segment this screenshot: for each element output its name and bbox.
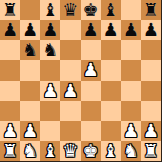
- square-e4[interactable]: [81, 81, 101, 101]
- piece-white-pawn[interactable]: ♟: [123, 121, 139, 141]
- piece-white-bishop[interactable]: ♝: [103, 141, 119, 161]
- piece-black-knight[interactable]: ♞: [42, 40, 58, 60]
- piece-white-queen[interactable]: ♛: [62, 141, 78, 161]
- square-a4[interactable]: [0, 81, 20, 101]
- square-h8[interactable]: ♜: [141, 0, 161, 20]
- piece-white-king[interactable]: ♚: [82, 141, 98, 161]
- square-h4[interactable]: [141, 81, 161, 101]
- piece-white-pawn[interactable]: ♟: [42, 81, 58, 101]
- square-e8[interactable]: ♚: [81, 0, 101, 20]
- piece-black-pawn[interactable]: ♟: [103, 20, 119, 40]
- piece-white-pawn[interactable]: ♟: [2, 121, 18, 141]
- square-b4[interactable]: [20, 81, 40, 101]
- square-g3[interactable]: [121, 101, 141, 121]
- square-c5[interactable]: [40, 60, 60, 80]
- square-e2[interactable]: [81, 121, 101, 141]
- piece-black-rook[interactable]: ♜: [2, 0, 18, 20]
- piece-white-pawn[interactable]: ♟: [62, 81, 78, 101]
- square-a2[interactable]: ♟: [0, 121, 20, 141]
- piece-black-king[interactable]: ♚: [82, 0, 98, 20]
- square-a7[interactable]: ♟: [0, 20, 20, 40]
- piece-white-bishop[interactable]: ♝: [42, 141, 58, 161]
- square-c3[interactable]: [40, 101, 60, 121]
- piece-black-rook[interactable]: ♜: [143, 0, 159, 20]
- square-f5[interactable]: [101, 60, 121, 80]
- square-f3[interactable]: [101, 101, 121, 121]
- square-b7[interactable]: ♟: [20, 20, 40, 40]
- square-a5[interactable]: [0, 60, 20, 80]
- square-g2[interactable]: ♟: [121, 121, 141, 141]
- piece-black-bishop[interactable]: ♝: [42, 0, 58, 20]
- square-c8[interactable]: ♝: [40, 0, 60, 20]
- square-f7[interactable]: ♟: [101, 20, 121, 40]
- square-h6[interactable]: [141, 40, 161, 60]
- square-d8[interactable]: ♛: [60, 0, 80, 20]
- square-f8[interactable]: ♝: [101, 0, 121, 20]
- square-d3[interactable]: [60, 101, 80, 121]
- square-e3[interactable]: [81, 101, 101, 121]
- square-b5[interactable]: [20, 60, 40, 80]
- square-h3[interactable]: [141, 101, 161, 121]
- square-h5[interactable]: [141, 60, 161, 80]
- piece-black-pawn[interactable]: ♟: [123, 20, 139, 40]
- square-g8[interactable]: [121, 0, 141, 20]
- piece-black-pawn[interactable]: ♟: [22, 20, 38, 40]
- piece-black-queen[interactable]: ♛: [62, 0, 78, 20]
- square-f2[interactable]: [101, 121, 121, 141]
- square-f6[interactable]: [101, 40, 121, 60]
- piece-white-pawn[interactable]: ♟: [82, 60, 98, 80]
- square-e6[interactable]: [81, 40, 101, 60]
- square-g6[interactable]: [121, 40, 141, 60]
- square-b1[interactable]: ♞: [20, 141, 40, 161]
- square-e7[interactable]: ♟: [81, 20, 101, 40]
- square-c4[interactable]: ♟: [40, 81, 60, 101]
- piece-black-bishop[interactable]: ♝: [103, 0, 119, 20]
- square-b2[interactable]: ♟: [20, 121, 40, 141]
- chess-board: ♜♝♛♚♝♜♟♟♟♟♟♟♟♞♞♟♟♟♟♟♟♟♜♞♝♛♚♝♞♜: [0, 0, 161, 161]
- square-d5[interactable]: [60, 60, 80, 80]
- square-b6[interactable]: ♞: [20, 40, 40, 60]
- square-g1[interactable]: ♞: [121, 141, 141, 161]
- square-g7[interactable]: ♟: [121, 20, 141, 40]
- square-d4[interactable]: ♟: [60, 81, 80, 101]
- square-e5[interactable]: ♟: [81, 60, 101, 80]
- square-d7[interactable]: [60, 20, 80, 40]
- square-a8[interactable]: ♜: [0, 0, 20, 20]
- square-d2[interactable]: [60, 121, 80, 141]
- square-b3[interactable]: [20, 101, 40, 121]
- piece-black-pawn[interactable]: ♟: [2, 20, 18, 40]
- square-g5[interactable]: [121, 60, 141, 80]
- piece-black-pawn[interactable]: ♟: [42, 20, 58, 40]
- piece-white-knight[interactable]: ♞: [22, 141, 38, 161]
- square-c7[interactable]: ♟: [40, 20, 60, 40]
- piece-black-pawn[interactable]: ♟: [82, 20, 98, 40]
- square-h1[interactable]: ♜: [141, 141, 161, 161]
- piece-white-pawn[interactable]: ♟: [143, 121, 159, 141]
- chess-board-frame: ♜♝♛♚♝♜♟♟♟♟♟♟♟♞♞♟♟♟♟♟♟♟♜♞♝♛♚♝♞♜: [0, 0, 162, 162]
- square-c2[interactable]: [40, 121, 60, 141]
- square-c1[interactable]: ♝: [40, 141, 60, 161]
- square-g4[interactable]: [121, 81, 141, 101]
- square-h7[interactable]: ♟: [141, 20, 161, 40]
- square-b8[interactable]: [20, 0, 40, 20]
- piece-white-knight[interactable]: ♞: [123, 141, 139, 161]
- square-h2[interactable]: ♟: [141, 121, 161, 141]
- square-c6[interactable]: ♞: [40, 40, 60, 60]
- piece-white-pawn[interactable]: ♟: [22, 121, 38, 141]
- square-a3[interactable]: [0, 101, 20, 121]
- square-d6[interactable]: [60, 40, 80, 60]
- piece-black-knight[interactable]: ♞: [22, 40, 38, 60]
- piece-white-rook[interactable]: ♜: [143, 141, 159, 161]
- square-f1[interactable]: ♝: [101, 141, 121, 161]
- square-f4[interactable]: [101, 81, 121, 101]
- piece-white-rook[interactable]: ♜: [2, 141, 18, 161]
- square-a1[interactable]: ♜: [0, 141, 20, 161]
- square-a6[interactable]: [0, 40, 20, 60]
- square-e1[interactable]: ♚: [81, 141, 101, 161]
- square-d1[interactable]: ♛: [60, 141, 80, 161]
- piece-black-pawn[interactable]: ♟: [143, 20, 159, 40]
